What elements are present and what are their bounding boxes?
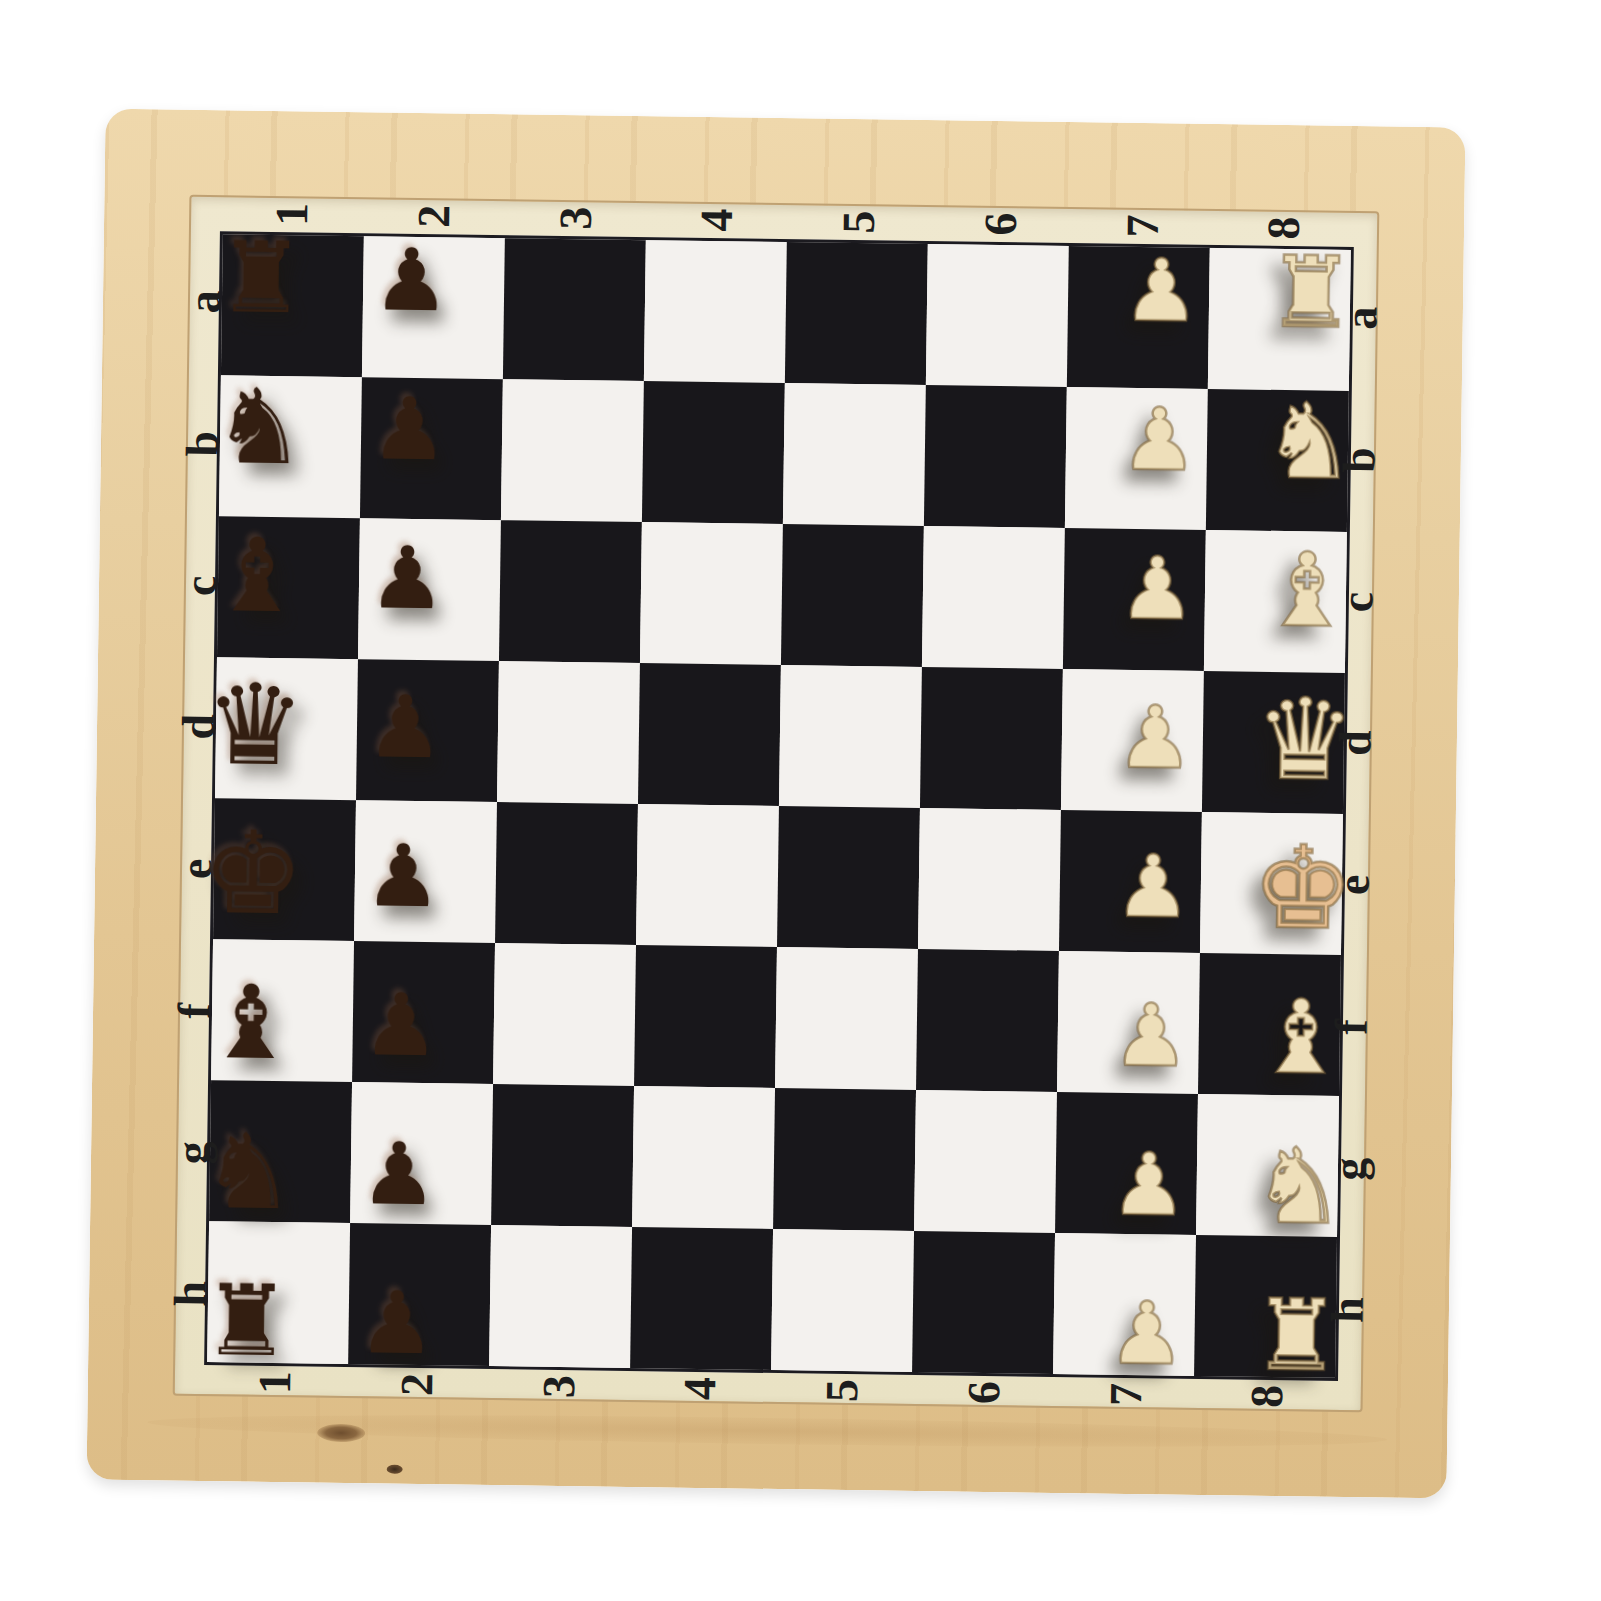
- wood-knot: [317, 1424, 365, 1443]
- square-h2[interactable]: ♟: [348, 1223, 491, 1366]
- square-h8[interactable]: ♜: [1194, 1235, 1337, 1378]
- square-f3[interactable]: [493, 943, 636, 1086]
- piece-dark-pawn-g2[interactable]: ♟: [360, 1130, 438, 1217]
- square-d6[interactable]: [920, 667, 1063, 810]
- piece-dark-bishop-c1[interactable]: ♝: [211, 524, 304, 627]
- piece-light-bishop-f8[interactable]: ♝: [1254, 985, 1347, 1088]
- piece-light-knight-g8[interactable]: ♞: [1251, 1133, 1346, 1238]
- square-d1[interactable]: ♛: [215, 657, 358, 800]
- square-f6[interactable]: [916, 949, 1059, 1092]
- piece-dark-rook-a1[interactable]: ♜: [217, 228, 306, 327]
- square-b7[interactable]: ♟: [1065, 387, 1208, 530]
- square-b6[interactable]: [924, 385, 1067, 528]
- square-c2[interactable]: ♟: [358, 518, 501, 661]
- column-bottom-label-3: 3: [541, 1315, 576, 1457]
- square-c1[interactable]: ♝: [217, 516, 360, 659]
- piece-light-pawn-d7[interactable]: ♟: [1116, 693, 1194, 780]
- piece-light-pawn-h7[interactable]: ♟: [1107, 1289, 1185, 1376]
- column-top-label-6: 6: [981, 153, 1019, 295]
- piece-light-king-e8[interactable]: ♚: [1251, 830, 1355, 945]
- square-g3[interactable]: [491, 1084, 634, 1227]
- square-d4[interactable]: [638, 663, 781, 806]
- square-c6[interactable]: [922, 526, 1065, 669]
- piece-dark-rook-h1[interactable]: ♜: [202, 1271, 291, 1370]
- piece-light-pawn-e7[interactable]: ♟: [1114, 842, 1192, 929]
- square-f7[interactable]: ♟: [1057, 951, 1200, 1094]
- square-g8[interactable]: ♞: [1196, 1094, 1339, 1237]
- piece-dark-pawn-d2[interactable]: ♟: [366, 683, 444, 770]
- wood-knot-small: [387, 1465, 403, 1474]
- piece-dark-queen-d1[interactable]: ♛: [204, 668, 306, 781]
- square-g2[interactable]: ♟: [350, 1082, 493, 1225]
- square-e3[interactable]: [495, 802, 638, 945]
- square-d7[interactable]: ♟: [1061, 669, 1204, 812]
- column-top-label-3: 3: [556, 147, 594, 289]
- square-d5[interactable]: [779, 665, 922, 808]
- piece-dark-pawn-c2[interactable]: ♟: [368, 534, 446, 621]
- piece-dark-knight-g1[interactable]: ♞: [201, 1119, 296, 1224]
- square-b5[interactable]: [783, 383, 926, 526]
- square-e6[interactable]: [918, 808, 1061, 951]
- piece-dark-pawn-b2[interactable]: ♟: [370, 385, 448, 472]
- square-a2[interactable]: ♟: [362, 236, 505, 379]
- square-b3[interactable]: [501, 379, 644, 522]
- column-bottom-label-6: 6: [966, 1321, 1001, 1463]
- square-e2[interactable]: ♟: [354, 800, 497, 943]
- piece-dark-knight-b1[interactable]: ♞: [212, 374, 307, 479]
- square-g7[interactable]: ♟: [1055, 1092, 1198, 1235]
- square-b1[interactable]: ♞: [219, 375, 362, 518]
- column-bottom-label-4: 4: [682, 1317, 717, 1459]
- piece-dark-king-e1[interactable]: ♚: [201, 815, 305, 930]
- square-c5[interactable]: [781, 524, 924, 667]
- piece-light-pawn-b7[interactable]: ♟: [1120, 395, 1198, 482]
- square-e4[interactable]: [636, 804, 779, 947]
- piece-dark-pawn-a2[interactable]: ♟: [372, 236, 450, 323]
- piece-dark-pawn-e2[interactable]: ♟: [364, 832, 442, 919]
- piece-light-pawn-f7[interactable]: ♟: [1112, 991, 1190, 1078]
- square-d2[interactable]: ♟: [356, 659, 499, 802]
- piece-light-rook-h8[interactable]: ♜: [1252, 1285, 1341, 1384]
- square-h1[interactable]: ♜: [207, 1221, 350, 1364]
- piece-light-rook-a8[interactable]: ♜: [1267, 242, 1356, 341]
- piece-dark-pawn-f2[interactable]: ♟: [362, 981, 440, 1068]
- square-g5[interactable]: [773, 1088, 916, 1231]
- square-b4[interactable]: [642, 381, 785, 524]
- piece-light-pawn-c7[interactable]: ♟: [1118, 544, 1196, 631]
- column-top-label-4: 4: [697, 149, 735, 291]
- square-f5[interactable]: [775, 947, 918, 1090]
- square-g1[interactable]: ♞: [209, 1080, 352, 1223]
- square-e5[interactable]: [777, 806, 920, 949]
- square-a8[interactable]: ♜: [1208, 248, 1351, 391]
- board-face: 12345678 12345678 abcdefgh abcdefgh ♜♟♟♜…: [173, 195, 1380, 1412]
- square-c3[interactable]: [499, 520, 642, 663]
- square-a1[interactable]: ♜: [221, 234, 364, 377]
- square-e1[interactable]: ♚: [213, 798, 356, 941]
- piece-light-queen-d8[interactable]: ♛: [1254, 682, 1356, 795]
- square-h7[interactable]: ♟: [1053, 1233, 1196, 1376]
- piece-light-knight-b8[interactable]: ♞: [1262, 388, 1357, 493]
- piece-light-pawn-a7[interactable]: ♟: [1122, 246, 1200, 333]
- piece-dark-pawn-h2[interactable]: ♟: [358, 1279, 436, 1366]
- square-f4[interactable]: [634, 945, 777, 1088]
- column-top-label-5: 5: [839, 151, 877, 293]
- square-g6[interactable]: [914, 1090, 1057, 1233]
- board-frame: 12345678 12345678 abcdefgh abcdefgh ♜♟♟♜…: [86, 109, 1465, 1499]
- square-a7[interactable]: ♟: [1067, 246, 1210, 389]
- square-c4[interactable]: [640, 522, 783, 665]
- piece-light-pawn-g7[interactable]: ♟: [1110, 1140, 1188, 1227]
- square-f1[interactable]: ♝: [211, 939, 354, 1082]
- square-b2[interactable]: ♟: [360, 377, 503, 520]
- square-f2[interactable]: ♟: [352, 941, 495, 1084]
- square-g4[interactable]: [632, 1086, 775, 1229]
- square-d8[interactable]: ♛: [1202, 671, 1345, 814]
- square-e8[interactable]: ♚: [1200, 812, 1343, 955]
- square-e7[interactable]: ♟: [1059, 810, 1202, 953]
- chess-board: ♜♟♟♜♞♟♟♞♝♟♟♝♛♟♟♛♚♟♟♚♝♟♟♝♞♟♟♞♜♟♟♜: [204, 231, 1354, 1381]
- square-c8[interactable]: ♝: [1204, 530, 1347, 673]
- piece-light-bishop-c8[interactable]: ♝: [1261, 538, 1354, 641]
- column-bottom-label-5: 5: [824, 1319, 859, 1461]
- square-d3[interactable]: [497, 661, 640, 804]
- piece-dark-bishop-f1[interactable]: ♝: [204, 971, 297, 1074]
- square-c7[interactable]: ♟: [1063, 528, 1206, 671]
- square-b8[interactable]: ♞: [1206, 389, 1349, 532]
- square-f8[interactable]: ♝: [1198, 953, 1341, 1096]
